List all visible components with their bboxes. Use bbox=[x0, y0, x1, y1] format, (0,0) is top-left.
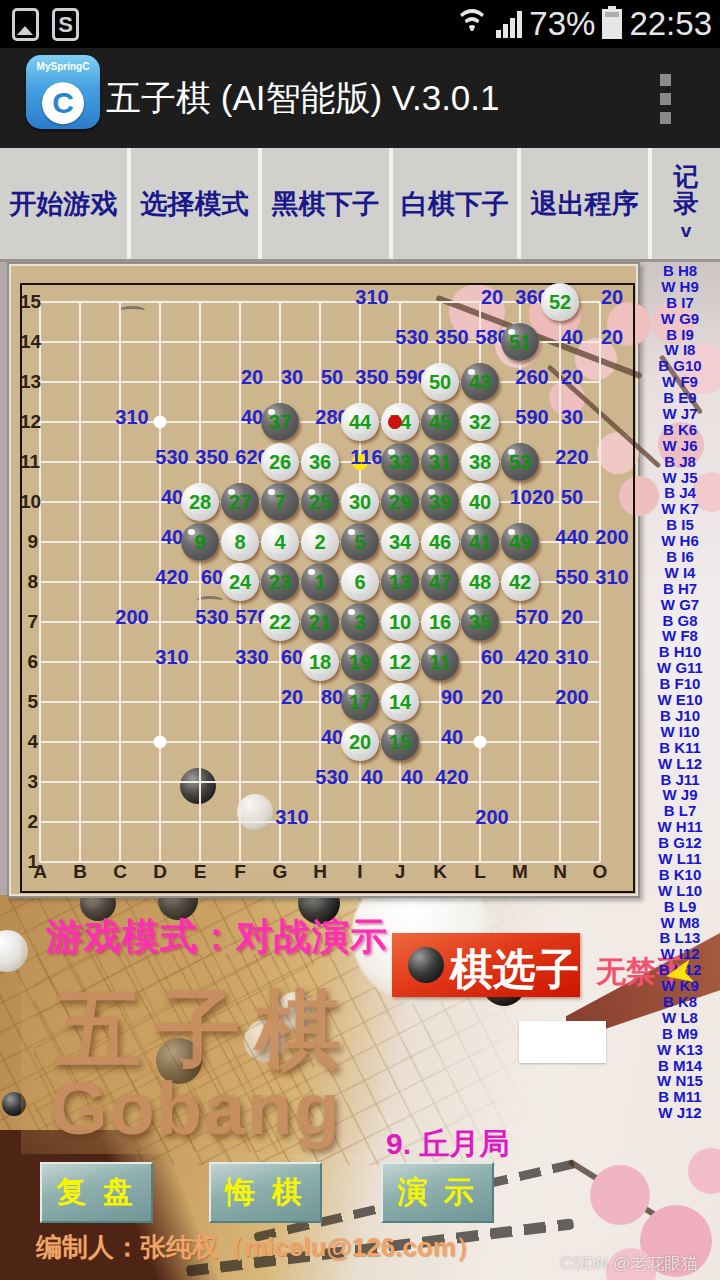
cell-J3[interactable]: 40 bbox=[380, 762, 420, 802]
cell-G7[interactable]: 22 bbox=[260, 602, 300, 642]
cell-K2[interactable] bbox=[420, 802, 460, 842]
cell-B4[interactable] bbox=[60, 722, 100, 762]
cell-E12[interactable] bbox=[180, 402, 220, 442]
cell-I8[interactable]: 6 bbox=[340, 562, 380, 602]
move-entry-33: B J11 bbox=[640, 772, 720, 788]
star-point-L4 bbox=[474, 736, 487, 749]
cell-G9[interactable]: 4 bbox=[260, 522, 300, 562]
cell-D13[interactable] bbox=[140, 362, 180, 402]
cell-N5[interactable]: 200 bbox=[540, 682, 580, 722]
cell-D5[interactable] bbox=[140, 682, 180, 722]
cell-J4[interactable]: 15 bbox=[380, 722, 420, 762]
cell-N15[interactable]: 52 bbox=[540, 282, 580, 322]
cell-F15[interactable] bbox=[220, 282, 260, 322]
cell-D14[interactable] bbox=[140, 322, 180, 362]
stone-white-36-H11: 36 bbox=[301, 443, 339, 481]
cell-B2[interactable] bbox=[60, 802, 100, 842]
cell-E7[interactable]: 530 bbox=[180, 602, 220, 642]
cell-L12[interactable]: 32 bbox=[460, 402, 500, 442]
score-label-J3: 40 bbox=[401, 766, 423, 789]
cell-M7[interactable]: 570 bbox=[500, 602, 540, 642]
row-label-6: 6 bbox=[20, 651, 38, 673]
cell-H14[interactable] bbox=[300, 322, 340, 362]
cell-I9[interactable]: 5 bbox=[340, 522, 380, 562]
menu-item-start-game[interactable]: 开始游戏 bbox=[0, 148, 131, 259]
stone-black-33-J11: 33 bbox=[381, 443, 419, 481]
move-entry-18: W H6 bbox=[640, 533, 720, 549]
stone-white-38-L11: 38 bbox=[461, 443, 499, 481]
move-entry-44: W I12 bbox=[640, 946, 720, 962]
cell-F10[interactable]: 27 bbox=[220, 482, 260, 522]
status-indicators: 73% 22:53 bbox=[455, 0, 712, 48]
stone-black-3-I7: 3 bbox=[341, 603, 379, 641]
cell-I11[interactable]: 1160 bbox=[340, 442, 380, 482]
cell-K6[interactable]: 11 bbox=[420, 642, 460, 682]
cell-L15[interactable]: 20 bbox=[460, 282, 500, 322]
move-entry-46: W K9 bbox=[640, 978, 720, 994]
move-entry-54: W J12 bbox=[640, 1105, 720, 1121]
stone-white-12-J6: 12 bbox=[381, 643, 419, 681]
score-label-I13: 350 bbox=[355, 366, 388, 389]
cell-L5[interactable]: 20 bbox=[460, 682, 500, 722]
cell-K15[interactable] bbox=[420, 282, 460, 322]
cell-I6[interactable]: 19 bbox=[340, 642, 380, 682]
score-label-I15: 310 bbox=[355, 286, 388, 309]
cell-J2[interactable] bbox=[380, 802, 420, 842]
cell-F12[interactable]: 40 bbox=[220, 402, 260, 442]
cell-H5[interactable]: 80 bbox=[300, 682, 340, 722]
star-point-D12 bbox=[154, 416, 167, 429]
cell-N8[interactable]: 550 bbox=[540, 562, 580, 602]
cell-K8[interactable]: 47 bbox=[420, 562, 460, 602]
score-label-J14: 530 bbox=[395, 326, 428, 349]
cell-B6[interactable] bbox=[60, 642, 100, 682]
cell-H4[interactable]: 40 bbox=[300, 722, 340, 762]
cell-D3[interactable] bbox=[140, 762, 180, 802]
cell-E13[interactable] bbox=[180, 362, 220, 402]
cell-B3[interactable] bbox=[60, 762, 100, 802]
move-entry-52: W N15 bbox=[640, 1073, 720, 1089]
cell-K10[interactable]: 39 bbox=[420, 482, 460, 522]
move-entry-7: B G10 bbox=[640, 358, 720, 374]
column-label-M: M bbox=[505, 861, 535, 883]
cell-H11[interactable]: 36 bbox=[300, 442, 340, 482]
cell-K12[interactable]: 45 bbox=[420, 402, 460, 442]
cell-C12[interactable]: 310 bbox=[100, 402, 140, 442]
cell-H8[interactable]: 1 bbox=[300, 562, 340, 602]
gallery-notification-icon bbox=[12, 8, 39, 41]
cell-G4[interactable] bbox=[260, 722, 300, 762]
stone-white-16-K7: 16 bbox=[421, 603, 459, 641]
replay-button[interactable]: 复 盘 bbox=[40, 1162, 153, 1223]
score-label-E8: 60 bbox=[201, 566, 223, 589]
row-label-11: 11 bbox=[20, 451, 38, 473]
move-entry-39: B K10 bbox=[640, 867, 720, 883]
menu-item-record-dropdown[interactable]: 记录v bbox=[652, 148, 720, 259]
cell-J10[interactable]: 29 bbox=[380, 482, 420, 522]
cell-D9[interactable]: 40 bbox=[140, 522, 180, 562]
cell-N9[interactable]: 440 bbox=[540, 522, 580, 562]
row-label-9: 9 bbox=[20, 531, 38, 553]
battery-icon bbox=[602, 9, 622, 39]
cell-E3[interactable] bbox=[180, 762, 220, 802]
cell-O7[interactable] bbox=[580, 602, 620, 642]
move-entry-48: W L8 bbox=[640, 1010, 720, 1026]
cell-I15[interactable]: 310 bbox=[340, 282, 380, 322]
cell-C9[interactable] bbox=[100, 522, 140, 562]
cell-M12[interactable]: 590 bbox=[500, 402, 540, 442]
cell-F3[interactable] bbox=[220, 762, 260, 802]
cell-G2[interactable]: 310 bbox=[260, 802, 300, 842]
cell-O15[interactable]: 20 bbox=[580, 282, 620, 322]
cell-J5[interactable]: 14 bbox=[380, 682, 420, 722]
cell-O13[interactable] bbox=[580, 362, 620, 402]
move-entry-34: W J9 bbox=[640, 787, 720, 803]
cell-M8[interactable]: 42 bbox=[500, 562, 540, 602]
stone-white-14-J5: 14 bbox=[381, 683, 419, 721]
cell-H7[interactable]: 21 bbox=[300, 602, 340, 642]
score-label-L2: 200 bbox=[475, 806, 508, 829]
cell-D15[interactable] bbox=[140, 282, 180, 322]
move-entry-19: B I6 bbox=[640, 549, 720, 565]
score-label-O8: 310 bbox=[595, 566, 628, 589]
move-entry-29: B J10 bbox=[640, 708, 720, 724]
cell-E14[interactable] bbox=[180, 322, 220, 362]
cell-K7[interactable]: 16 bbox=[420, 602, 460, 642]
move-entry-15: B J4 bbox=[640, 485, 720, 501]
row-label-7: 7 bbox=[20, 611, 38, 633]
cell-L4[interactable] bbox=[460, 722, 500, 762]
cell-G3[interactable] bbox=[260, 762, 300, 802]
menu-item-select-mode[interactable]: 选择模式 bbox=[131, 148, 262, 259]
cell-D6[interactable]: 310 bbox=[140, 642, 180, 682]
score-label-H5: 80 bbox=[321, 686, 343, 709]
cell-C13[interactable] bbox=[100, 362, 140, 402]
cell-F5[interactable] bbox=[220, 682, 260, 722]
star-point-D4 bbox=[154, 736, 167, 749]
game-mode-label: 游戏模式：对战演示 bbox=[46, 912, 388, 962]
cell-M6[interactable]: 420 bbox=[500, 642, 540, 682]
cell-H15[interactable] bbox=[300, 282, 340, 322]
cell-B15[interactable] bbox=[60, 282, 100, 322]
cell-G11[interactable]: 26 bbox=[260, 442, 300, 482]
row-label-3: 3 bbox=[20, 771, 38, 793]
stone-black-15-J4: 15 bbox=[381, 723, 419, 761]
cell-H10[interactable]: 25 bbox=[300, 482, 340, 522]
score-label-O15: 20 bbox=[601, 286, 623, 309]
move-entry-28: W E10 bbox=[640, 692, 720, 708]
blank-label-box bbox=[519, 1021, 606, 1063]
row-label-5: 5 bbox=[20, 691, 38, 713]
cell-E2[interactable] bbox=[180, 802, 220, 842]
cell-L7[interactable]: 35 bbox=[460, 602, 500, 642]
cell-I4[interactable]: 20 bbox=[340, 722, 380, 762]
column-label-I: I bbox=[345, 861, 375, 883]
cell-D11[interactable]: 530 bbox=[140, 442, 180, 482]
cell-M14[interactable]: 51 bbox=[500, 322, 540, 362]
menu-item-white-move[interactable]: 白棋下子 bbox=[393, 148, 521, 259]
cell-C5[interactable] bbox=[100, 682, 140, 722]
clock: 22:53 bbox=[629, 5, 712, 43]
stone-black-45-K12: 45 bbox=[421, 403, 459, 441]
cell-C6[interactable] bbox=[100, 642, 140, 682]
stone-white-46-K9: 46 bbox=[421, 523, 459, 561]
cell-J11[interactable]: 33 bbox=[380, 442, 420, 482]
move-entry-10: W J7 bbox=[640, 406, 720, 422]
move-entry-31: B K11 bbox=[640, 740, 720, 756]
cell-F6[interactable]: 330 bbox=[220, 642, 260, 682]
move-entry-27: B F10 bbox=[640, 676, 720, 692]
app-icon-letter: C bbox=[42, 82, 84, 124]
column-label-J: J bbox=[385, 861, 415, 883]
column-label-N: N bbox=[545, 861, 575, 883]
cell-M15[interactable]: 360 bbox=[500, 282, 540, 322]
cell-C11[interactable] bbox=[100, 442, 140, 482]
cell-B11[interactable] bbox=[60, 442, 100, 482]
score-label-G2: 310 bbox=[275, 806, 308, 829]
cell-L9[interactable]: 41 bbox=[460, 522, 500, 562]
stone-white-48-L8: 48 bbox=[461, 563, 499, 601]
move-entry-3: B I7 bbox=[640, 295, 720, 311]
move-entry-22: W G7 bbox=[640, 597, 720, 613]
cell-D4[interactable] bbox=[140, 722, 180, 762]
cell-J7[interactable]: 10 bbox=[380, 602, 420, 642]
stone-white-2-H9: 2 bbox=[301, 523, 339, 561]
move-entry-14: W J5 bbox=[640, 470, 720, 486]
title-bar: MySpringC C 五子棋 (AI智能版) V.3.0.1 bbox=[0, 48, 720, 148]
stone-black-1-H8: 1 bbox=[301, 563, 339, 601]
cell-L2[interactable]: 200 bbox=[460, 802, 500, 842]
stone-black-37-G12: 37 bbox=[261, 403, 299, 441]
cell-C2[interactable] bbox=[100, 802, 140, 842]
cell-B13[interactable] bbox=[60, 362, 100, 402]
cell-B10[interactable] bbox=[60, 482, 100, 522]
stone-picker-button[interactable]: 棋选子 bbox=[392, 933, 580, 997]
cell-L6[interactable]: 60 bbox=[460, 642, 500, 682]
cell-F8[interactable]: 24 bbox=[220, 562, 260, 602]
cell-L10[interactable]: 40 bbox=[460, 482, 500, 522]
cell-L11[interactable]: 38 bbox=[460, 442, 500, 482]
cell-M9[interactable]: 49 bbox=[500, 522, 540, 562]
black-stone-icon bbox=[408, 947, 444, 983]
row-label-10: 10 bbox=[20, 491, 38, 513]
stone-white-30-I10: 30 bbox=[341, 483, 379, 521]
menu-bar: 开始游戏选择模式黑棋下子白棋下子退出程序记录v bbox=[0, 148, 720, 262]
cell-C14[interactable] bbox=[100, 322, 140, 362]
stone-white-22-G7: 22 bbox=[261, 603, 299, 641]
cell-G13[interactable]: 30 bbox=[260, 362, 300, 402]
cell-M11[interactable]: 53 bbox=[500, 442, 540, 482]
row-label-4: 4 bbox=[20, 731, 38, 753]
cell-J8[interactable]: 13 bbox=[380, 562, 420, 602]
menu-item-black-move[interactable]: 黑棋下子 bbox=[262, 148, 393, 259]
move-entry-51: B M14 bbox=[640, 1058, 720, 1074]
move-entry-6: W I8 bbox=[640, 342, 720, 358]
stone-black-19-I6: 19 bbox=[341, 643, 379, 681]
move-entry-17: B I5 bbox=[640, 517, 720, 533]
move-entry-12: W J6 bbox=[640, 438, 720, 454]
move-entry-43: B L13 bbox=[640, 930, 720, 946]
cell-G14[interactable] bbox=[260, 322, 300, 362]
cell-M10[interactable]: 1020 bbox=[500, 482, 540, 522]
cell-L13[interactable]: 43 bbox=[460, 362, 500, 402]
cell-I13[interactable]: 350 bbox=[340, 362, 380, 402]
stone-black-27-F10: 27 bbox=[221, 483, 259, 521]
move-entry-35: B L7 bbox=[640, 803, 720, 819]
cell-J9[interactable]: 34 bbox=[380, 522, 420, 562]
cell-M3[interactable] bbox=[500, 762, 540, 802]
stone-white-52-N15: 52 bbox=[541, 283, 579, 321]
cell-C10[interactable] bbox=[100, 482, 140, 522]
score-label-N12: 30 bbox=[561, 406, 583, 429]
row-label-8: 8 bbox=[20, 571, 38, 593]
cell-K5[interactable]: 90 bbox=[420, 682, 460, 722]
cell-F9[interactable]: 8 bbox=[220, 522, 260, 562]
menu-item-exit-app[interactable]: 退出程序 bbox=[521, 148, 652, 259]
cell-C7[interactable]: 200 bbox=[100, 602, 140, 642]
cell-F2[interactable] bbox=[220, 802, 260, 842]
cell-K13[interactable]: 50 bbox=[420, 362, 460, 402]
cell-G15[interactable] bbox=[260, 282, 300, 322]
score-label-M13: 260 bbox=[515, 366, 548, 389]
cell-E15[interactable] bbox=[180, 282, 220, 322]
cell-M13[interactable]: 260 bbox=[500, 362, 540, 402]
score-label-N7: 20 bbox=[561, 606, 583, 629]
stone-black-51-M14: 51 bbox=[501, 323, 539, 361]
score-label-M6: 420 bbox=[515, 646, 548, 669]
score-label-F6: 330 bbox=[235, 646, 268, 669]
cell-O2[interactable] bbox=[580, 802, 620, 842]
column-label-O: O bbox=[585, 861, 615, 883]
move-entry-53: B M11 bbox=[640, 1089, 720, 1105]
cell-J12[interactable]: 54 bbox=[380, 402, 420, 442]
cell-K11[interactable]: 31 bbox=[420, 442, 460, 482]
cell-G5[interactable]: 20 bbox=[260, 682, 300, 722]
cell-E4[interactable] bbox=[180, 722, 220, 762]
cell-O3[interactable] bbox=[580, 762, 620, 802]
cell-F4[interactable] bbox=[220, 722, 260, 762]
cell-B12[interactable] bbox=[60, 402, 100, 442]
cell-D2[interactable] bbox=[140, 802, 180, 842]
cell-I10[interactable]: 30 bbox=[340, 482, 380, 522]
cell-N4[interactable] bbox=[540, 722, 580, 762]
move-entry-1: B H8 bbox=[640, 263, 720, 279]
cell-O12[interactable] bbox=[580, 402, 620, 442]
move-entry-38: W L11 bbox=[640, 851, 720, 867]
score-label-L6: 60 bbox=[481, 646, 503, 669]
cell-O14[interactable]: 20 bbox=[580, 322, 620, 362]
cell-I7[interactable]: 3 bbox=[340, 602, 380, 642]
action-button-row: 复 盘悔 棋演 示 bbox=[0, 1162, 720, 1224]
cell-E10[interactable]: 28 bbox=[180, 482, 220, 522]
cell-B9[interactable] bbox=[60, 522, 100, 562]
score-label-C12: 310 bbox=[115, 406, 148, 429]
cell-O10[interactable] bbox=[580, 482, 620, 522]
score-label-L15: 20 bbox=[481, 286, 503, 309]
cell-C3[interactable] bbox=[100, 762, 140, 802]
cell-K3[interactable]: 420 bbox=[420, 762, 460, 802]
column-label-G: G bbox=[265, 861, 295, 883]
stone-black-25-H10: 25 bbox=[301, 483, 339, 521]
cell-H12[interactable]: 280 bbox=[300, 402, 340, 442]
move-entry-25: B H10 bbox=[640, 644, 720, 660]
stone-white-6-I8: 6 bbox=[341, 563, 379, 601]
score-label-D9: 40 bbox=[161, 526, 183, 549]
cell-B14[interactable] bbox=[60, 322, 100, 362]
score-label-E11: 350 bbox=[195, 446, 228, 469]
move-entry-8: W F9 bbox=[640, 374, 720, 390]
score-label-F13: 20 bbox=[241, 366, 263, 389]
cell-M5[interactable] bbox=[500, 682, 540, 722]
score-label-N9: 440 bbox=[555, 526, 588, 549]
cell-I5[interactable]: 17 bbox=[340, 682, 380, 722]
score-label-N6: 310 bbox=[555, 646, 588, 669]
cell-B5[interactable] bbox=[60, 682, 100, 722]
cell-C4[interactable] bbox=[100, 722, 140, 762]
stone-black-35-L7: 35 bbox=[461, 603, 499, 641]
cell-H3[interactable]: 530 bbox=[300, 762, 340, 802]
score-label-D10: 40 bbox=[161, 486, 183, 509]
cell-G10[interactable]: 7 bbox=[260, 482, 300, 522]
cell-H13[interactable]: 50 bbox=[300, 362, 340, 402]
cell-K9[interactable]: 46 bbox=[420, 522, 460, 562]
cell-G8[interactable]: 23 bbox=[260, 562, 300, 602]
cell-J6[interactable]: 12 bbox=[380, 642, 420, 682]
cell-N11[interactable]: 220 bbox=[540, 442, 580, 482]
cell-B7[interactable] bbox=[60, 602, 100, 642]
cell-D8[interactable]: 420 bbox=[140, 562, 180, 602]
undo-button[interactable]: 悔 棋 bbox=[209, 1162, 322, 1223]
cell-L8[interactable]: 48 bbox=[460, 562, 500, 602]
stone-white-28-E10: 28 bbox=[181, 483, 219, 521]
cell-C8[interactable] bbox=[100, 562, 140, 602]
cell-K4[interactable]: 40 bbox=[420, 722, 460, 762]
cell-I12[interactable]: 44 bbox=[340, 402, 380, 442]
demo-button[interactable]: 演 示 bbox=[381, 1162, 494, 1223]
cell-F13[interactable]: 20 bbox=[220, 362, 260, 402]
cell-I14[interactable] bbox=[340, 322, 380, 362]
move-entry-20: W I4 bbox=[640, 565, 720, 581]
cell-N14[interactable]: 40 bbox=[540, 322, 580, 362]
cell-M4[interactable] bbox=[500, 722, 540, 762]
move-entry-5: B I9 bbox=[640, 327, 720, 343]
score-label-N11: 220 bbox=[555, 446, 588, 469]
cell-O4[interactable] bbox=[580, 722, 620, 762]
cell-G12[interactable]: 37 bbox=[260, 402, 300, 442]
stone-black-29-J10: 29 bbox=[381, 483, 419, 521]
cell-D10[interactable]: 40 bbox=[140, 482, 180, 522]
cell-B8[interactable] bbox=[60, 562, 100, 602]
cell-I2[interactable] bbox=[340, 802, 380, 842]
stone-black-21-H7: 21 bbox=[301, 603, 339, 641]
cell-C15[interactable] bbox=[100, 282, 140, 322]
move-entry-40: W L10 bbox=[640, 883, 720, 899]
cell-N2[interactable] bbox=[540, 802, 580, 842]
cell-F14[interactable] bbox=[220, 322, 260, 362]
stone-picker-label: 棋选子 bbox=[450, 941, 579, 999]
battery-percent: 73% bbox=[529, 5, 595, 43]
cell-E5[interactable] bbox=[180, 682, 220, 722]
overflow-menu-icon[interactable] bbox=[660, 74, 672, 124]
score-label-H4: 40 bbox=[321, 726, 343, 749]
cell-J14[interactable]: 530 bbox=[380, 322, 420, 362]
cell-H6[interactable]: 18 bbox=[300, 642, 340, 682]
cell-N3[interactable] bbox=[540, 762, 580, 802]
move-entry-4: W G9 bbox=[640, 311, 720, 327]
move-entry-24: W F8 bbox=[640, 628, 720, 644]
cell-E9[interactable]: 9 bbox=[180, 522, 220, 562]
cell-H9[interactable]: 2 bbox=[300, 522, 340, 562]
